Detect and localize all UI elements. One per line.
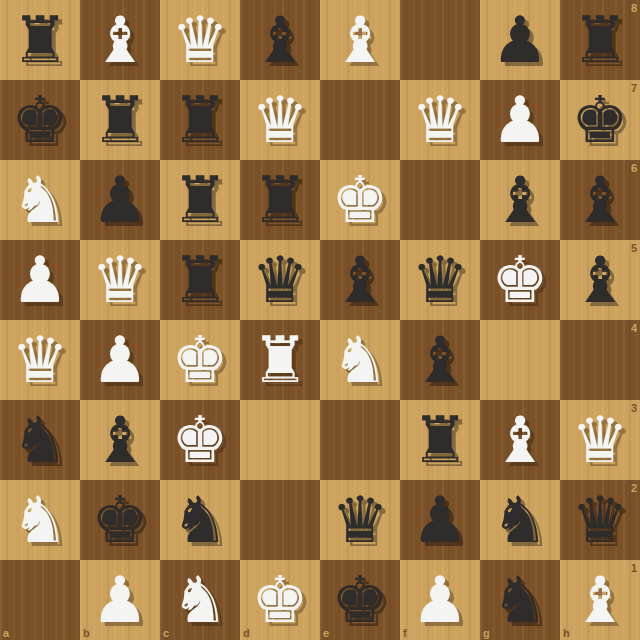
square-c6[interactable]: ♜ xyxy=(160,160,240,240)
square-g5[interactable]: ♚ xyxy=(480,240,560,320)
piece-white-bishop[interactable]: ♝ xyxy=(560,560,640,640)
square-b6[interactable]: ♟ xyxy=(80,160,160,240)
square-g4[interactable] xyxy=(480,320,560,400)
piece-white-rook[interactable]: ♜ xyxy=(240,320,320,400)
square-g3[interactable]: ♝ xyxy=(480,400,560,480)
square-c5[interactable]: ♜ xyxy=(160,240,240,320)
square-b7[interactable]: ♜ xyxy=(80,80,160,160)
piece-white-queen[interactable]: ♛ xyxy=(80,240,160,320)
piece-black-rook[interactable]: ♜ xyxy=(560,0,640,80)
piece-black-bishop[interactable]: ♝ xyxy=(320,240,400,320)
square-b5[interactable]: ♛ xyxy=(80,240,160,320)
piece-black-queen[interactable]: ♛ xyxy=(560,480,640,560)
square-d7[interactable]: ♛ xyxy=(240,80,320,160)
square-d3[interactable] xyxy=(240,400,320,480)
piece-black-rook[interactable]: ♜ xyxy=(240,160,320,240)
piece-black-queen[interactable]: ♛ xyxy=(320,480,400,560)
rank-label-4: 4 xyxy=(631,322,637,334)
piece-white-queen[interactable]: ♛ xyxy=(240,80,320,160)
square-a5[interactable]: ♟ xyxy=(0,240,80,320)
square-g2[interactable]: ♞ xyxy=(480,480,560,560)
piece-black-rook[interactable]: ♜ xyxy=(160,80,240,160)
piece-white-king[interactable]: ♚ xyxy=(160,320,240,400)
piece-black-bishop[interactable]: ♝ xyxy=(480,160,560,240)
square-c8[interactable]: ♛ xyxy=(160,0,240,80)
piece-white-queen[interactable]: ♛ xyxy=(400,80,480,160)
piece-black-rook[interactable]: ♜ xyxy=(400,400,480,480)
square-d5[interactable]: ♛ xyxy=(240,240,320,320)
square-d1[interactable]: ♚d xyxy=(240,560,320,640)
square-h6[interactable]: ♝6 xyxy=(560,160,640,240)
piece-white-pawn[interactable]: ♟ xyxy=(480,80,560,160)
square-b2[interactable]: ♚ xyxy=(80,480,160,560)
square-e7[interactable] xyxy=(320,80,400,160)
piece-black-rook[interactable]: ♜ xyxy=(0,0,80,80)
square-c3[interactable]: ♚ xyxy=(160,400,240,480)
square-a2[interactable]: ♞ xyxy=(0,480,80,560)
piece-white-knight[interactable]: ♞ xyxy=(0,480,80,560)
piece-white-bishop[interactable]: ♝ xyxy=(80,0,160,80)
square-h8[interactable]: ♜8 xyxy=(560,0,640,80)
square-h3[interactable]: ♛3 xyxy=(560,400,640,480)
piece-white-knight[interactable]: ♞ xyxy=(160,560,240,640)
piece-black-knight[interactable]: ♞ xyxy=(480,480,560,560)
square-f8[interactable] xyxy=(400,0,480,80)
square-e5[interactable]: ♝ xyxy=(320,240,400,320)
piece-black-queen[interactable]: ♛ xyxy=(240,240,320,320)
chess-board: ♜♝♛♝♝♟♜8♚♜♜♛♛♟♚7♞♟♜♜♚♝♝6♟♛♜♛♝♛♚♝5♛♟♚♜♞♝4… xyxy=(0,0,640,640)
square-g6[interactable]: ♝ xyxy=(480,160,560,240)
square-b3[interactable]: ♝ xyxy=(80,400,160,480)
square-e6[interactable]: ♚ xyxy=(320,160,400,240)
square-e2[interactable]: ♛ xyxy=(320,480,400,560)
square-c4[interactable]: ♚ xyxy=(160,320,240,400)
piece-white-queen[interactable]: ♛ xyxy=(560,400,640,480)
piece-white-bishop[interactable]: ♝ xyxy=(320,0,400,80)
board-grid: ♜♝♛♝♝♟♜8♚♜♜♛♛♟♚7♞♟♜♜♚♝♝6♟♛♜♛♝♛♚♝5♛♟♚♜♞♝4… xyxy=(0,0,640,640)
square-d2[interactable] xyxy=(240,480,320,560)
piece-black-bishop[interactable]: ♝ xyxy=(560,160,640,240)
square-e1[interactable]: ♚e xyxy=(320,560,400,640)
square-g7[interactable]: ♟ xyxy=(480,80,560,160)
square-g1[interactable]: ♞g xyxy=(480,560,560,640)
piece-white-king[interactable]: ♚ xyxy=(160,400,240,480)
square-d8[interactable]: ♝ xyxy=(240,0,320,80)
square-f5[interactable]: ♛ xyxy=(400,240,480,320)
square-c7[interactable]: ♜ xyxy=(160,80,240,160)
piece-black-bishop[interactable]: ♝ xyxy=(240,0,320,80)
square-f4[interactable]: ♝ xyxy=(400,320,480,400)
square-h1[interactable]: ♝1h xyxy=(560,560,640,640)
piece-white-king[interactable]: ♚ xyxy=(240,560,320,640)
piece-white-knight[interactable]: ♞ xyxy=(320,320,400,400)
square-c2[interactable]: ♞ xyxy=(160,480,240,560)
piece-black-pawn[interactable]: ♟ xyxy=(80,160,160,240)
square-f3[interactable]: ♜ xyxy=(400,400,480,480)
piece-black-king[interactable]: ♚ xyxy=(560,80,640,160)
piece-white-bishop[interactable]: ♝ xyxy=(480,400,560,480)
square-b4[interactable]: ♟ xyxy=(80,320,160,400)
file-label-a: a xyxy=(3,627,9,639)
piece-black-knight[interactable]: ♞ xyxy=(160,480,240,560)
square-e3[interactable] xyxy=(320,400,400,480)
square-h4[interactable]: 4 xyxy=(560,320,640,400)
piece-white-king[interactable]: ♚ xyxy=(480,240,560,320)
square-h2[interactable]: ♛2 xyxy=(560,480,640,560)
square-f2[interactable]: ♟ xyxy=(400,480,480,560)
piece-white-queen[interactable]: ♛ xyxy=(0,320,80,400)
piece-black-pawn[interactable]: ♟ xyxy=(480,0,560,80)
piece-white-pawn[interactable]: ♟ xyxy=(0,240,80,320)
piece-black-queen[interactable]: ♛ xyxy=(400,240,480,320)
square-f1[interactable]: ♟f xyxy=(400,560,480,640)
square-f7[interactable]: ♛ xyxy=(400,80,480,160)
square-d6[interactable]: ♜ xyxy=(240,160,320,240)
piece-black-bishop[interactable]: ♝ xyxy=(400,320,480,400)
square-c1[interactable]: ♞c xyxy=(160,560,240,640)
piece-white-pawn[interactable]: ♟ xyxy=(80,560,160,640)
square-a8[interactable]: ♜ xyxy=(0,0,80,80)
square-a3[interactable]: ♞ xyxy=(0,400,80,480)
piece-black-king[interactable]: ♚ xyxy=(80,480,160,560)
piece-black-king[interactable]: ♚ xyxy=(0,80,80,160)
square-e8[interactable]: ♝ xyxy=(320,0,400,80)
piece-black-rook[interactable]: ♜ xyxy=(160,160,240,240)
square-e4[interactable]: ♞ xyxy=(320,320,400,400)
piece-black-king[interactable]: ♚ xyxy=(320,560,400,640)
piece-black-knight[interactable]: ♞ xyxy=(480,560,560,640)
square-a6[interactable]: ♞ xyxy=(0,160,80,240)
piece-black-bishop[interactable]: ♝ xyxy=(80,400,160,480)
piece-white-king[interactable]: ♚ xyxy=(320,160,400,240)
square-a1[interactable]: a xyxy=(0,560,80,640)
piece-black-bishop[interactable]: ♝ xyxy=(560,240,640,320)
piece-white-pawn[interactable]: ♟ xyxy=(400,560,480,640)
square-h7[interactable]: ♚7 xyxy=(560,80,640,160)
square-g8[interactable]: ♟ xyxy=(480,0,560,80)
piece-white-pawn[interactable]: ♟ xyxy=(80,320,160,400)
piece-black-rook[interactable]: ♜ xyxy=(160,240,240,320)
square-b8[interactable]: ♝ xyxy=(80,0,160,80)
square-h5[interactable]: ♝5 xyxy=(560,240,640,320)
piece-white-queen[interactable]: ♛ xyxy=(160,0,240,80)
piece-black-pawn[interactable]: ♟ xyxy=(400,480,480,560)
square-a4[interactable]: ♛ xyxy=(0,320,80,400)
piece-black-rook[interactable]: ♜ xyxy=(80,80,160,160)
square-b1[interactable]: ♟b xyxy=(80,560,160,640)
piece-white-knight[interactable]: ♞ xyxy=(0,160,80,240)
square-d4[interactable]: ♜ xyxy=(240,320,320,400)
square-a7[interactable]: ♚ xyxy=(0,80,80,160)
piece-black-knight[interactable]: ♞ xyxy=(0,400,80,480)
square-f6[interactable] xyxy=(400,160,480,240)
